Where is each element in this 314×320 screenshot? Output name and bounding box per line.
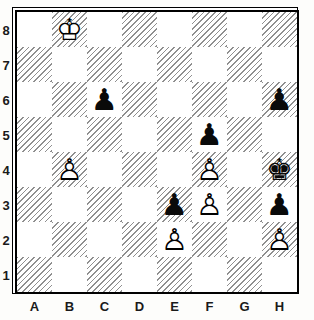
square-h7 — [262, 47, 297, 82]
square-b8: ♚♔ — [52, 12, 87, 47]
file-label-c: C — [87, 297, 122, 317]
square-g6 — [227, 82, 262, 117]
white-pawn-fill: ♟ — [157, 222, 192, 257]
square-b4: ♟♙ — [52, 152, 87, 187]
square-e8 — [157, 12, 192, 47]
rank-label-6: 6 — [0, 83, 12, 118]
square-c5 — [87, 117, 122, 152]
chess-board: ♚♔♟♟♟♟♙♟♙♚♟♟♙♟♟♙♟♙ — [15, 10, 299, 294]
square-b7 — [52, 47, 87, 82]
square-f4: ♟♙ — [192, 152, 227, 187]
square-b2 — [52, 222, 87, 257]
square-g5 — [227, 117, 262, 152]
rank-label-8: 8 — [0, 13, 12, 48]
black-pawn: ♟ — [157, 187, 192, 222]
square-a3 — [17, 187, 52, 222]
square-g4 — [227, 152, 262, 187]
square-d4 — [122, 152, 157, 187]
rank-label-3: 3 — [0, 188, 12, 223]
square-a1 — [17, 257, 52, 292]
rank-label-4: 4 — [0, 153, 12, 188]
square-g7 — [227, 47, 262, 82]
white-pawn-fill: ♟ — [192, 152, 227, 187]
file-label-g: G — [227, 297, 262, 317]
square-c2 — [87, 222, 122, 257]
white-pawn-fill: ♟ — [52, 152, 87, 187]
square-g8 — [227, 12, 262, 47]
chess-diagram: 87654321 ♚♔♟♟♟♟♙♟♙♚♟♟♙♟♟♙♟♙ ABCDEFGH — [0, 0, 314, 320]
square-a2 — [17, 222, 52, 257]
square-e1 — [157, 257, 192, 292]
black-pawn: ♟ — [87, 82, 122, 117]
white-king: ♔ — [52, 12, 87, 47]
white-pawn-fill: ♟ — [262, 222, 297, 257]
white-pawn: ♙ — [192, 187, 227, 222]
square-c3 — [87, 187, 122, 222]
square-b3 — [52, 187, 87, 222]
black-pawn: ♟ — [262, 187, 297, 222]
square-c8 — [87, 12, 122, 47]
rank-label-5: 5 — [0, 118, 12, 153]
white-pawn-fill: ♟ — [192, 187, 227, 222]
square-e4 — [157, 152, 192, 187]
square-d6 — [122, 82, 157, 117]
square-g1 — [227, 257, 262, 292]
square-a6 — [17, 82, 52, 117]
file-label-b: B — [52, 297, 87, 317]
square-f8 — [192, 12, 227, 47]
white-king-fill: ♚ — [52, 12, 87, 47]
file-label-f: F — [192, 297, 227, 317]
rank-label-2: 2 — [0, 223, 12, 258]
board-outer-frame: ♚♔♟♟♟♟♙♟♙♚♟♟♙♟♟♙♟♙ — [12, 7, 298, 294]
square-c4 — [87, 152, 122, 187]
square-e6 — [157, 82, 192, 117]
square-f1 — [192, 257, 227, 292]
white-pawn: ♙ — [192, 152, 227, 187]
square-d7 — [122, 47, 157, 82]
square-c7 — [87, 47, 122, 82]
rank-label-7: 7 — [0, 48, 12, 83]
square-a5 — [17, 117, 52, 152]
square-h2: ♟♙ — [262, 222, 297, 257]
file-label-a: A — [17, 297, 52, 317]
square-f3: ♟♙ — [192, 187, 227, 222]
square-h5 — [262, 117, 297, 152]
square-e2: ♟♙ — [157, 222, 192, 257]
square-b1 — [52, 257, 87, 292]
square-h4: ♚ — [262, 152, 297, 187]
square-a4 — [17, 152, 52, 187]
square-d2 — [122, 222, 157, 257]
white-pawn: ♙ — [262, 222, 297, 257]
square-g3 — [227, 187, 262, 222]
square-d5 — [122, 117, 157, 152]
square-h8 — [262, 12, 297, 47]
square-e3: ♟ — [157, 187, 192, 222]
square-e7 — [157, 47, 192, 82]
square-d8 — [122, 12, 157, 47]
square-e5 — [157, 117, 192, 152]
square-b6 — [52, 82, 87, 117]
file-label-h: H — [262, 297, 297, 317]
square-f6 — [192, 82, 227, 117]
square-b5 — [52, 117, 87, 152]
square-f2 — [192, 222, 227, 257]
file-label-e: E — [157, 297, 192, 317]
square-f5: ♟ — [192, 117, 227, 152]
square-a7 — [17, 47, 52, 82]
black-king: ♚ — [262, 152, 297, 187]
square-c1 — [87, 257, 122, 292]
white-pawn: ♙ — [157, 222, 192, 257]
square-d1 — [122, 257, 157, 292]
square-g2 — [227, 222, 262, 257]
square-h1 — [262, 257, 297, 292]
square-a8 — [17, 12, 52, 47]
file-label-d: D — [122, 297, 157, 317]
white-pawn: ♙ — [52, 152, 87, 187]
rank-label-1: 1 — [0, 258, 12, 293]
square-c6: ♟ — [87, 82, 122, 117]
square-h6: ♟ — [262, 82, 297, 117]
square-h3: ♟ — [262, 187, 297, 222]
black-pawn: ♟ — [192, 117, 227, 152]
black-pawn: ♟ — [262, 82, 297, 117]
square-d3 — [122, 187, 157, 222]
square-f7 — [192, 47, 227, 82]
